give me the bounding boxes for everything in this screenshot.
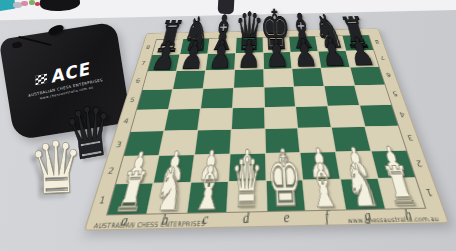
square-d6[interactable] <box>234 69 263 87</box>
square-b4[interactable] <box>164 109 199 131</box>
square-b1[interactable]: ♞ <box>147 183 190 214</box>
square-g7[interactable]: ♟ <box>319 51 350 68</box>
square-a4[interactable] <box>131 109 168 131</box>
square-h5[interactable] <box>355 85 391 105</box>
square-d1[interactable]: ♛ <box>227 181 266 212</box>
square-c7[interactable]: ♟ <box>206 53 235 70</box>
small-object <box>21 1 28 6</box>
square-g1[interactable]: ♞ <box>341 179 385 209</box>
square-c1[interactable]: ♝ <box>187 182 227 213</box>
square-f4[interactable] <box>296 106 331 128</box>
square-f7[interactable]: ♟ <box>291 52 321 69</box>
photo-scene: ACE AUSTRALIAN CHESS ENTERPRISES www.che… <box>0 0 456 251</box>
file-label-d: d <box>225 209 266 226</box>
board-url-text: www.chessaustralia.com.au <box>347 214 440 223</box>
square-g6[interactable] <box>322 67 354 85</box>
square-a1[interactable]: ♜ <box>108 184 153 215</box>
piece-black-pawn[interactable]: ♟ <box>207 35 234 75</box>
square-a5[interactable] <box>137 89 172 109</box>
square-d7[interactable]: ♟ <box>235 53 263 70</box>
file-label-f: f <box>306 208 349 225</box>
square-h7[interactable]: ♟ <box>346 50 378 66</box>
square-e4[interactable] <box>265 107 298 129</box>
square-c4[interactable] <box>198 108 232 130</box>
square-e6[interactable] <box>264 69 294 87</box>
checkered-flag-icon <box>36 73 48 85</box>
square-a6[interactable] <box>143 71 176 89</box>
square-d4[interactable] <box>231 107 263 129</box>
piece-black-pawn[interactable]: ♟ <box>236 34 261 73</box>
square-g4[interactable] <box>328 105 364 127</box>
file-label-e: e <box>266 209 307 226</box>
square-b7[interactable]: ♟ <box>177 54 207 71</box>
square-e5[interactable] <box>264 87 295 107</box>
square-b5[interactable] <box>169 89 202 109</box>
square-b6[interactable] <box>173 70 205 88</box>
square-d5[interactable] <box>233 87 264 107</box>
square-f1[interactable]: ♝ <box>304 180 346 211</box>
square-g5[interactable] <box>325 85 359 105</box>
square-c6[interactable] <box>203 70 233 88</box>
square-h1[interactable]: ♜ <box>379 178 425 208</box>
square-h4[interactable] <box>360 105 398 127</box>
square-e1[interactable]: ♚ <box>266 181 305 212</box>
square-f6[interactable] <box>293 68 324 86</box>
square-e7[interactable]: ♟ <box>263 52 291 69</box>
square-h6[interactable] <box>351 67 385 85</box>
spare-white-queen[interactable]: ♛ <box>28 131 85 205</box>
square-a7[interactable]: ♟ <box>148 54 179 71</box>
piece-black-pawn[interactable]: ♟ <box>265 34 291 73</box>
square-c5[interactable] <box>201 88 233 108</box>
square-f5[interactable] <box>294 86 327 106</box>
